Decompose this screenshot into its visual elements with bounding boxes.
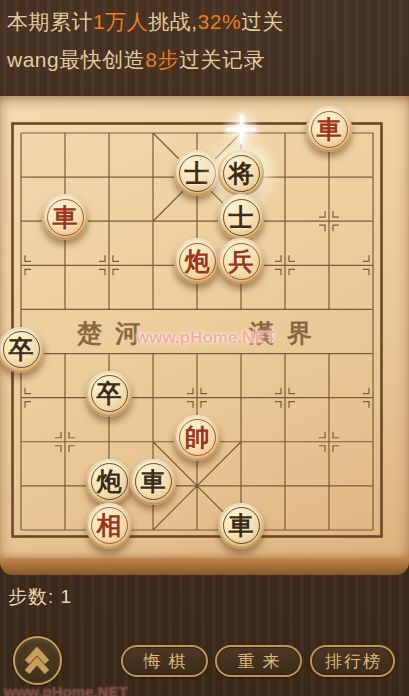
header-text-segment: 1万人	[93, 10, 148, 33]
piece-black-general[interactable]: 将	[218, 150, 264, 196]
piece-black-soldier-a[interactable]: 卒	[0, 327, 44, 373]
piece-glyph: 兵	[218, 238, 264, 284]
piece-glyph: 炮	[86, 459, 132, 505]
challenge-stats-line: 本期累计1万人挑战,32%过关	[7, 9, 284, 35]
expand-panel-button[interactable]	[13, 636, 62, 685]
piece-glyph: 将	[218, 150, 264, 196]
piece-red-chariot-b[interactable]: 車	[42, 194, 88, 240]
piece-glyph: 車	[130, 459, 176, 505]
restart-button[interactable]: 重来	[215, 645, 302, 677]
undo-button[interactable]: 悔棋	[121, 645, 208, 677]
piece-black-advisor-b[interactable]: 士	[218, 194, 264, 240]
header-text-segment: 本期累计	[7, 10, 93, 33]
piece-red-soldier[interactable]: 兵	[218, 238, 264, 284]
step-counter: 步数: 1	[8, 584, 72, 610]
watermark-bottom: www.pHome.NET	[4, 683, 128, 696]
header-text-segment: 8步	[145, 48, 179, 71]
piece-red-chariot-a[interactable]: 車	[306, 106, 352, 152]
piece-glyph: 車	[306, 106, 352, 152]
watermark: www.pHome.NET	[136, 328, 276, 348]
leaderboard-button[interactable]: 排行榜	[310, 645, 395, 677]
piece-glyph: 帥	[174, 415, 220, 461]
piece-glyph: 車	[42, 194, 88, 240]
piece-black-chariot-b[interactable]: 車	[218, 503, 264, 549]
piece-glyph: 士	[218, 194, 264, 240]
header-text-segment: wang最快创造	[7, 48, 145, 71]
piece-glyph: 炮	[174, 238, 220, 284]
piece-glyph: 卒	[0, 327, 44, 373]
piece-red-cannon[interactable]: 炮	[174, 238, 220, 284]
piece-black-soldier-b[interactable]: 卒	[86, 371, 132, 417]
piece-red-elephant[interactable]: 相	[86, 503, 132, 549]
header-text-segment: 过关记录	[179, 48, 265, 71]
record-stats-line: wang最快创造8步过关记录	[7, 47, 265, 73]
piece-black-advisor-a[interactable]: 士	[174, 150, 220, 196]
piece-black-chariot-a[interactable]: 車	[130, 459, 176, 505]
piece-glyph: 士	[174, 150, 220, 196]
header-text-segment: 32%	[198, 10, 242, 33]
piece-glyph: 相	[86, 503, 132, 549]
piece-glyph: 卒	[86, 371, 132, 417]
last-move-sparkle	[218, 106, 264, 152]
header-text-segment: 挑战,	[148, 10, 197, 33]
app-screen: 本期累计1万人挑战,32%过关 wang最快创造8步过关记录 楚河 漢界 www…	[0, 0, 409, 696]
board-bottom-edge	[0, 558, 409, 575]
piece-red-general[interactable]: 帥	[174, 415, 220, 461]
header-text-segment: 过关	[241, 10, 284, 33]
piece-glyph: 車	[218, 503, 264, 549]
piece-black-cannon[interactable]: 炮	[86, 459, 132, 505]
double-chevron-up-icon	[15, 638, 59, 682]
